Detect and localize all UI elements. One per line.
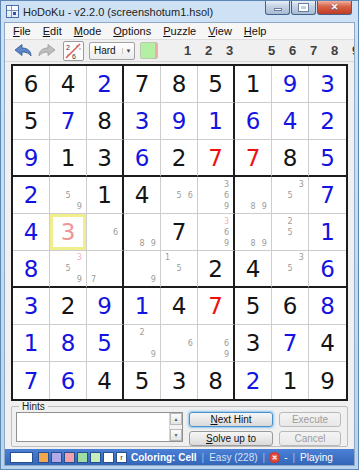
reset-colors-button[interactable]: r	[116, 452, 127, 463]
cell-value: 6	[124, 140, 160, 175]
cell-r7c7[interactable]: 5	[235, 288, 272, 325]
cell-value: 3	[13, 288, 49, 324]
client-area: FileEditModeOptionsPuzzleViewHelp 2 6 Ha…	[4, 22, 355, 466]
candidate-grid: 25	[273, 215, 307, 249]
cell-r4c9[interactable]: 7	[309, 177, 346, 214]
candidate-grid: 369	[199, 178, 232, 212]
cell-value: 3	[235, 325, 271, 361]
coloring-color-button[interactable]	[140, 42, 158, 59]
cell-r8c9[interactable]: 4	[309, 325, 346, 362]
cell-r3c1[interactable]: 9	[13, 140, 50, 177]
color-swatch-3[interactable]	[51, 452, 62, 463]
cell-value: 2	[161, 140, 197, 175]
cell-r3c9[interactable]: 5	[309, 140, 346, 177]
menu-bar: FileEditModeOptionsPuzzleViewHelp	[5, 23, 354, 40]
cell-value: 7	[309, 177, 346, 213]
cell-value: 8	[13, 251, 49, 286]
candidate-grid: 7	[88, 252, 121, 285]
cell-value: 7	[161, 214, 197, 250]
candidate-grid: 9	[125, 252, 159, 285]
cell-r9c7[interactable]: 2	[235, 362, 272, 399]
digit-button-2[interactable]: 2	[198, 43, 219, 58]
cell-value: 1	[198, 103, 233, 139]
cell-value: 2	[50, 288, 86, 324]
show-candidates-toggle[interactable]: 2 6	[63, 41, 84, 61]
cell-r6c1[interactable]: 8	[13, 251, 50, 288]
cell-value: 1	[87, 177, 122, 213]
cell-r2c2[interactable]: 7	[50, 103, 87, 140]
cell-value: 9	[161, 103, 197, 139]
cell-r4c7[interactable]: 89	[235, 177, 272, 214]
cell-value: 6	[309, 251, 346, 286]
menu-item-edit[interactable]: Edit	[37, 24, 68, 38]
cell-r7c9[interactable]: 8	[309, 288, 346, 325]
candidate-grid: 6	[162, 326, 196, 360]
cell-r8c2[interactable]: 8	[50, 325, 87, 362]
cell-r6c4[interactable]: 9	[124, 251, 161, 288]
candidate-grid: 89	[125, 215, 159, 249]
coloring-status[interactable]: Coloring: Cell	[131, 452, 197, 463]
candidate-grid: 35	[273, 252, 307, 285]
menu-item-file[interactable]: File	[7, 24, 37, 38]
cell-r6c6[interactable]: 2	[198, 251, 235, 288]
cell-value: 7	[272, 325, 308, 361]
cell-r4c4[interactable]: 4	[124, 177, 161, 214]
hint-scrollbar[interactable]: ▲ ▼	[169, 413, 182, 441]
cell-r2c4[interactable]: 3	[124, 103, 161, 140]
cell-r9c1[interactable]: 7	[13, 362, 50, 399]
cell-r7c6[interactable]: 7	[198, 288, 235, 325]
cell-value: 1	[13, 325, 49, 361]
cell-r2c8[interactable]: 4	[272, 103, 309, 140]
digit-button-7[interactable]: 7	[303, 43, 324, 58]
color-swatch-2[interactable]	[38, 452, 49, 463]
scroll-down-icon[interactable]: ▼	[170, 429, 182, 441]
cell-value: 4	[50, 66, 86, 102]
cell-r7c2[interactable]: 2	[50, 288, 87, 325]
cell-r9c6[interactable]: 8	[198, 362, 235, 399]
cell-r3c6[interactable]: 7	[198, 140, 235, 177]
cell-r5c7[interactable]: 89	[235, 214, 272, 251]
cell-value: 8	[50, 325, 86, 361]
cell-r5c9[interactable]: 1	[309, 214, 346, 251]
digit-button-1[interactable]: 1	[177, 43, 198, 58]
cell-value: 2	[198, 251, 233, 286]
cell-value: 9	[87, 288, 122, 324]
cell-value: 3	[87, 140, 122, 175]
cell-r2c7[interactable]: 6	[235, 103, 272, 140]
chevron-down-icon: ▼	[122, 48, 134, 54]
cell-value: 8	[161, 66, 197, 102]
cell-value: 4	[235, 251, 271, 286]
game-state: Playing	[300, 452, 333, 463]
cell-r5c5[interactable]: 7	[161, 214, 198, 251]
cell-r9c5[interactable]: 3	[161, 362, 198, 399]
cell-value: 6	[13, 66, 49, 102]
cell-r4c3[interactable]: 1	[87, 177, 124, 214]
app-icon	[6, 5, 19, 18]
cell-value: 4	[87, 362, 122, 399]
digit-filter-buttons: 12356789	[177, 43, 354, 58]
digit-button-6[interactable]: 6	[282, 43, 303, 58]
cell-value: 5	[87, 325, 122, 361]
cell-value: 9	[272, 66, 308, 102]
cancel-button[interactable]: Cancel	[279, 431, 341, 446]
cell-value: 8	[272, 140, 308, 175]
digit-button-hidden	[240, 43, 261, 58]
cell-r9c8[interactable]: 1	[272, 362, 309, 399]
menu-item-puzzle[interactable]: Puzzle	[157, 24, 202, 38]
cell-r5c3[interactable]: 6	[87, 214, 124, 251]
difficulty-value: Hard	[90, 45, 122, 56]
candidate-grid: 89	[236, 178, 270, 212]
candidate-grid: 359	[51, 252, 85, 285]
hints-panel: Hints ▲ ▼ Next HintExecuteSolve up toCan…	[11, 406, 348, 447]
hint-textarea[interactable]: ▲ ▼	[16, 412, 183, 442]
cell-value: 5	[124, 362, 160, 399]
cell-r5c1[interactable]: 4	[13, 214, 50, 251]
cell-r5c6[interactable]: 369	[198, 214, 235, 251]
cell-r1c6[interactable]: 5	[198, 66, 235, 103]
cell-r2c3[interactable]: 8	[87, 103, 124, 140]
cell-value: 4	[124, 177, 160, 213]
cell-value: 7	[50, 103, 86, 139]
cell-r7c8[interactable]: 6	[272, 288, 309, 325]
cell-value: 5	[13, 103, 49, 139]
cell-r3c7[interactable]: 7	[235, 140, 272, 177]
cell-r3c5[interactable]: 2	[161, 140, 198, 177]
digit-button-5[interactable]: 5	[261, 43, 282, 58]
cell-value: 4	[272, 103, 308, 139]
color-swatch-7[interactable]	[103, 452, 114, 463]
cell-r7c1[interactable]: 3	[13, 288, 50, 325]
title-bar: HoDoKu - v2.2.0 (screenshotum1.hsol) ✕	[1, 1, 358, 20]
cell-r9c9[interactable]: 9	[309, 362, 346, 399]
cell-value: 1	[50, 140, 86, 175]
digit-button-3[interactable]: 3	[219, 43, 240, 58]
cell-value: 8	[87, 103, 122, 139]
candidate-grid: 56	[162, 178, 196, 212]
cell-r4c5[interactable]: 56	[161, 177, 198, 214]
redo-icon[interactable]	[37, 42, 57, 59]
difficulty-score: Easy (228)	[209, 452, 257, 463]
cell-value: 4	[309, 325, 346, 361]
cell-r2c5[interactable]: 9	[161, 103, 198, 140]
cell-r1c9[interactable]: 3	[309, 66, 346, 103]
cell-r9c3[interactable]: 4	[87, 362, 124, 399]
candidate-grid: 6	[88, 215, 121, 249]
cell-r1c7[interactable]: 1	[235, 66, 272, 103]
cell-value: 1	[309, 214, 346, 250]
cell-r6c7[interactable]: 4	[235, 251, 272, 288]
menu-item-help[interactable]: Help	[238, 24, 273, 38]
cell-r4c1[interactable]: 2	[13, 177, 50, 214]
cell-value: 3	[161, 362, 197, 399]
cell-value: 9	[309, 362, 346, 399]
cell-r9c2[interactable]: 6	[50, 362, 87, 399]
solve-up-to-button[interactable]: Solve up to	[189, 431, 273, 446]
cell-value: 2	[235, 362, 271, 399]
cell-value: 7	[198, 288, 233, 324]
cell-r2c9[interactable]: 2	[309, 103, 346, 140]
candidate-grid: 89	[236, 215, 270, 249]
cell-value: 7	[124, 66, 160, 102]
candidate-grid: 35	[273, 178, 307, 212]
cell-value: 2	[87, 66, 122, 102]
cell-value: 1	[235, 66, 271, 102]
cell-value: 3	[309, 66, 346, 102]
svg-text:2: 2	[66, 44, 70, 51]
color-swatch-1[interactable]	[10, 452, 33, 463]
cell-r6c3[interactable]: 7	[87, 251, 124, 288]
cell-r6c2[interactable]: 359	[50, 251, 87, 288]
cell-value: 8	[198, 362, 233, 399]
undo-icon[interactable]	[13, 42, 33, 59]
cell-value: 9	[13, 140, 49, 175]
cell-r3c4[interactable]: 6	[124, 140, 161, 177]
menu-item-options[interactable]: Options	[107, 24, 157, 38]
cell-value: 6	[272, 288, 308, 324]
cell-value: 3	[124, 103, 160, 139]
close-button[interactable]: ✕	[317, 1, 352, 15]
menu-item-view[interactable]: View	[202, 24, 238, 38]
difficulty-select[interactable]: Hard ▼	[89, 42, 135, 60]
cell-value: 2	[13, 177, 49, 213]
cell-r8c6[interactable]: 69	[198, 325, 235, 362]
show-candidates-icon: 2 6	[64, 42, 83, 60]
next-hint-button[interactable]: Next Hint	[189, 412, 273, 427]
candidate-grid: 59	[51, 178, 85, 212]
cell-r5c4[interactable]: 89	[124, 214, 161, 251]
cell-r8c3[interactable]: 5	[87, 325, 124, 362]
hints-panel-label: Hints	[19, 401, 48, 412]
cell-value: 6	[235, 103, 271, 139]
cell-r6c5[interactable]: 15	[161, 251, 198, 288]
execute-button[interactable]: Execute	[279, 412, 341, 427]
cell-r8c1[interactable]: 1	[13, 325, 50, 362]
candidate-grid: 29	[125, 326, 159, 360]
cell-r5c8[interactable]: 25	[272, 214, 309, 251]
digit-button-8[interactable]: 8	[324, 43, 345, 58]
cell-r7c5[interactable]: 4	[161, 288, 198, 325]
candidate-grid: 369	[199, 215, 232, 249]
digit-button-9[interactable]: 9	[345, 43, 354, 58]
cell-r1c8[interactable]: 9	[272, 66, 309, 103]
cell-value: 3	[50, 214, 86, 250]
cell-r1c5[interactable]: 8	[161, 66, 198, 103]
hodoku-window: HoDoKu - v2.2.0 (screenshotum1.hsol) ✕ F…	[0, 0, 359, 470]
cell-r3c3[interactable]: 3	[87, 140, 124, 177]
cell-value: 5	[235, 288, 271, 324]
cell-value: 4	[13, 214, 49, 250]
cell-r2c6[interactable]: 1	[198, 103, 235, 140]
color-swatch-4[interactable]	[64, 452, 75, 463]
cell-value: 7	[13, 362, 49, 399]
window-title: HoDoKu - v2.2.0 (screenshotum1.hsol)	[23, 6, 213, 18]
cell-value: 7	[198, 140, 233, 175]
cell-value: 7	[235, 140, 271, 175]
sudoku-board: 6427851935783916429136277852591456369893…	[11, 64, 348, 401]
cell-value: 5	[198, 66, 233, 102]
cell-r8c5[interactable]: 6	[161, 325, 198, 362]
hint-buttons: Next HintExecuteSolve up toCancel	[189, 412, 341, 442]
cell-r3c2[interactable]: 1	[50, 140, 87, 177]
svg-text:6: 6	[72, 53, 76, 60]
cell-value: 6	[50, 362, 86, 399]
cell-r6c9[interactable]: 6	[309, 251, 346, 288]
cell-r4c2[interactable]: 59	[50, 177, 87, 214]
color-swatch-6[interactable]	[90, 452, 101, 463]
scroll-up-icon[interactable]: ▲	[170, 413, 182, 425]
cell-r8c7[interactable]: 3	[235, 325, 272, 362]
minimize-button[interactable]	[265, 1, 290, 15]
cell-r1c4[interactable]: 7	[124, 66, 161, 103]
color-swatch-5[interactable]	[77, 452, 88, 463]
candidate-grid: 15	[162, 252, 196, 285]
cell-value: 2	[309, 103, 346, 139]
cell-r8c8[interactable]: 7	[272, 325, 309, 362]
cell-r1c1[interactable]: 6	[13, 66, 50, 103]
cell-r8c4[interactable]: 29	[124, 325, 161, 362]
cell-r4c8[interactable]: 35	[272, 177, 309, 214]
cell-value: 4	[161, 288, 197, 324]
cell-value: 1	[124, 288, 160, 324]
cell-r4c6[interactable]: 369	[198, 177, 235, 214]
cell-r6c8[interactable]: 35	[272, 251, 309, 288]
cell-r2c1[interactable]: 5	[13, 103, 50, 140]
cell-r3c8[interactable]: 8	[272, 140, 309, 177]
cell-r7c4[interactable]: 1	[124, 288, 161, 325]
cell-r1c3[interactable]: 2	[87, 66, 124, 103]
status-bar: r Coloring: Cell | Easy (228) | ✕ - | Pl…	[5, 449, 354, 465]
cell-value: 8	[309, 288, 346, 324]
cell-r5c2[interactable]: 3	[50, 214, 87, 251]
cell-value: 5	[309, 140, 346, 175]
cell-r7c3[interactable]: 9	[87, 288, 124, 325]
toolbar: 2 6 Hard ▼ 12356789 xy	[5, 40, 354, 63]
cell-r1c2[interactable]: 4	[50, 66, 87, 103]
menu-item-mode[interactable]: Mode	[68, 24, 108, 38]
maximize-button[interactable]	[291, 1, 316, 15]
candidate-grid: 69	[199, 326, 232, 360]
error-icon: ✕	[269, 452, 280, 463]
cell-r9c4[interactable]: 5	[124, 362, 161, 399]
cell-value: 1	[272, 362, 308, 399]
error-dash: -	[284, 452, 287, 463]
